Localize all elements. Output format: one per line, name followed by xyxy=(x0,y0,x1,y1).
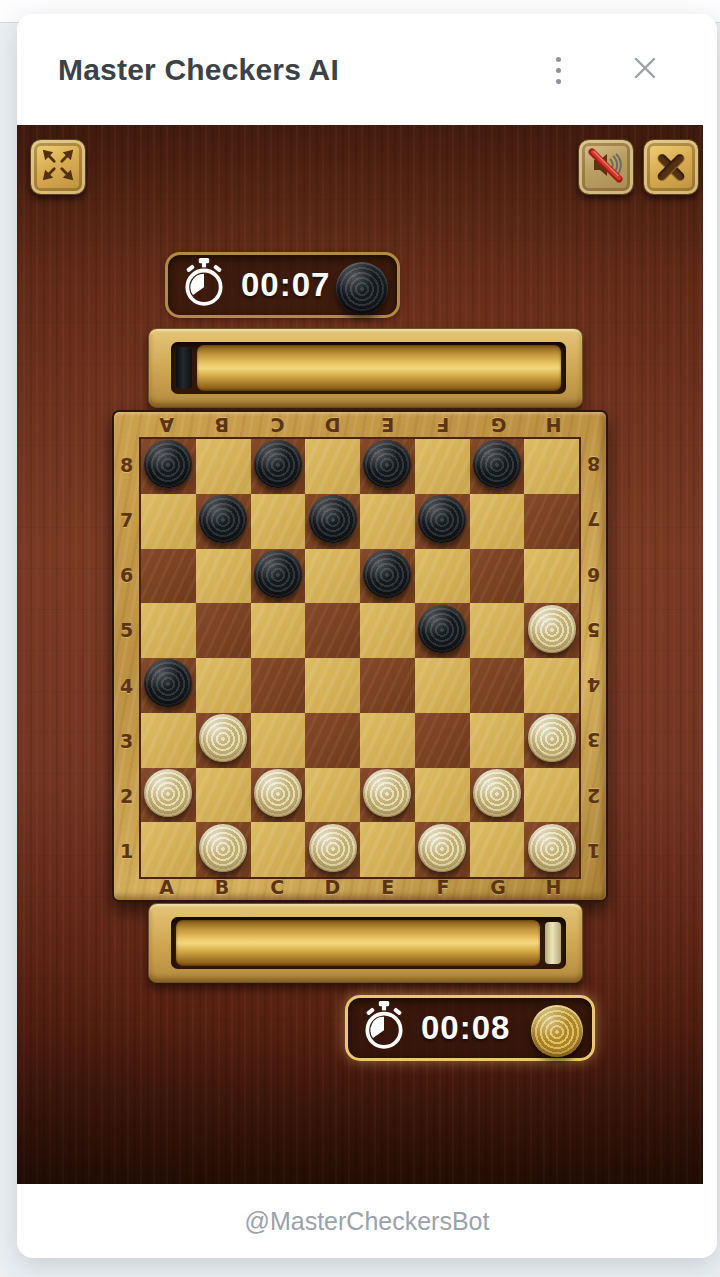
tray-slot xyxy=(171,342,566,394)
window-close-button[interactable] xyxy=(625,50,665,90)
file-label-c: C xyxy=(250,412,305,438)
rank-label-4: 4 xyxy=(581,658,606,713)
checker-black[interactable] xyxy=(254,440,302,488)
square-f8[interactable] xyxy=(415,439,470,494)
rank-label-1: 1 xyxy=(114,824,139,879)
square-e5[interactable] xyxy=(360,603,415,658)
square-h6[interactable] xyxy=(524,549,579,604)
black-clock-time: 00:07 xyxy=(241,266,330,304)
checker-black[interactable] xyxy=(144,659,192,707)
checker-white[interactable] xyxy=(199,824,247,872)
square-d5[interactable] xyxy=(305,603,360,658)
square-d4[interactable] xyxy=(305,658,360,713)
black-clock-plaque: 00:07 xyxy=(165,252,400,318)
square-g3[interactable] xyxy=(470,713,525,768)
fullscreen-button[interactable] xyxy=(30,139,86,195)
game-area: 00:07 ABCDEFGH ABCDEFGH 87654321 8765432… xyxy=(17,125,703,1184)
checker-black[interactable] xyxy=(144,440,192,488)
file-label-a: A xyxy=(139,412,194,438)
square-e3[interactable] xyxy=(360,713,415,768)
white-clock-time: 00:08 xyxy=(421,1009,510,1047)
tray-roller xyxy=(197,345,561,391)
checker-black[interactable] xyxy=(363,440,411,488)
checker-white[interactable] xyxy=(418,824,466,872)
square-e8[interactable] xyxy=(360,439,415,494)
square-g1[interactable] xyxy=(470,822,525,877)
rank-label-3: 3 xyxy=(581,713,606,768)
checkers-board: ABCDEFGH ABCDEFGH 87654321 87654321 xyxy=(112,410,608,902)
square-b2[interactable] xyxy=(196,768,251,823)
file-label-d: D xyxy=(305,412,360,438)
stopwatch-icon xyxy=(361,1001,407,1055)
square-h1[interactable] xyxy=(524,822,579,877)
black-checker-badge xyxy=(336,262,388,314)
square-a1[interactable] xyxy=(141,822,196,877)
square-b5[interactable] xyxy=(196,603,251,658)
square-d3[interactable] xyxy=(305,713,360,768)
square-b4[interactable] xyxy=(196,658,251,713)
menu-kebab-icon[interactable] xyxy=(545,50,571,90)
square-d8[interactable] xyxy=(305,439,360,494)
rank-label-8: 8 xyxy=(581,437,606,492)
square-g2[interactable] xyxy=(470,768,525,823)
stopwatch-icon xyxy=(181,258,227,312)
checker-white[interactable] xyxy=(528,714,576,762)
square-f4[interactable] xyxy=(415,658,470,713)
mute-button[interactable] xyxy=(578,139,634,195)
square-g4[interactable] xyxy=(470,658,525,713)
square-a3[interactable] xyxy=(141,713,196,768)
square-h3[interactable] xyxy=(524,713,579,768)
square-a4[interactable] xyxy=(141,658,196,713)
square-f7[interactable] xyxy=(415,494,470,549)
rank-label-5: 5 xyxy=(114,603,139,658)
checker-white[interactable] xyxy=(254,769,302,817)
square-b7[interactable] xyxy=(196,494,251,549)
checker-white[interactable] xyxy=(473,769,521,817)
checker-black[interactable] xyxy=(418,605,466,653)
square-c3[interactable] xyxy=(251,713,306,768)
speaker-muted-icon xyxy=(586,145,626,189)
square-e6[interactable] xyxy=(360,549,415,604)
checker-white[interactable] xyxy=(144,769,192,817)
square-b3[interactable] xyxy=(196,713,251,768)
game-window: Master Checkers AI xyxy=(17,14,717,1258)
square-c4[interactable] xyxy=(251,658,306,713)
rank-label-8: 8 xyxy=(114,437,139,492)
bot-handle: @MasterCheckersBot xyxy=(245,1207,490,1236)
close-icon xyxy=(630,53,660,87)
square-h7[interactable] xyxy=(524,494,579,549)
square-c6[interactable] xyxy=(251,549,306,604)
expand-arrows-icon xyxy=(39,146,77,188)
square-f2[interactable] xyxy=(415,768,470,823)
square-c1[interactable] xyxy=(251,822,306,877)
white-checker-badge xyxy=(531,1005,583,1057)
checker-black[interactable] xyxy=(309,495,357,543)
checker-white[interactable] xyxy=(363,769,411,817)
checker-black[interactable] xyxy=(363,550,411,598)
square-d6[interactable] xyxy=(305,549,360,604)
black-capture-tray xyxy=(148,328,583,408)
rank-label-4: 4 xyxy=(114,658,139,713)
rank-labels-left: 87654321 xyxy=(114,437,139,879)
square-f3[interactable] xyxy=(415,713,470,768)
checker-black[interactable] xyxy=(254,550,302,598)
file-labels-top: ABCDEFGH xyxy=(139,412,581,438)
game-close-button[interactable] xyxy=(643,139,699,195)
square-f5[interactable] xyxy=(415,603,470,658)
square-b8[interactable] xyxy=(196,439,251,494)
board-grid xyxy=(139,437,581,879)
rank-label-6: 6 xyxy=(581,548,606,603)
square-a5[interactable] xyxy=(141,603,196,658)
window-title: Master Checkers AI xyxy=(58,53,339,87)
square-g5[interactable] xyxy=(470,603,525,658)
file-label-f: F xyxy=(415,412,470,438)
rank-label-6: 6 xyxy=(114,548,139,603)
square-d2[interactable] xyxy=(305,768,360,823)
square-b6[interactable] xyxy=(196,549,251,604)
square-h8[interactable] xyxy=(524,439,579,494)
rank-labels-right: 87654321 xyxy=(581,437,606,879)
square-a6[interactable] xyxy=(141,549,196,604)
close-x-icon xyxy=(653,149,689,185)
captured-black-piece xyxy=(176,347,192,389)
file-label-h: H xyxy=(526,412,581,438)
square-e7[interactable] xyxy=(360,494,415,549)
window-footer: @MasterCheckersBot xyxy=(17,1184,717,1258)
file-label-e: E xyxy=(360,412,415,438)
square-h2[interactable] xyxy=(524,768,579,823)
square-h4[interactable] xyxy=(524,658,579,713)
checker-white[interactable] xyxy=(528,605,576,653)
checker-white[interactable] xyxy=(199,714,247,762)
rank-label-7: 7 xyxy=(581,492,606,547)
square-c7[interactable] xyxy=(251,494,306,549)
square-a2[interactable] xyxy=(141,768,196,823)
checker-white[interactable] xyxy=(309,824,357,872)
square-h5[interactable] xyxy=(524,603,579,658)
rank-label-2: 2 xyxy=(581,769,606,824)
checker-white[interactable] xyxy=(528,824,576,872)
rank-label-2: 2 xyxy=(114,769,139,824)
captured-white-piece xyxy=(545,922,561,964)
square-g7[interactable] xyxy=(470,494,525,549)
rank-label-5: 5 xyxy=(581,603,606,658)
square-f6[interactable] xyxy=(415,549,470,604)
rank-label-3: 3 xyxy=(114,713,139,768)
window-header: Master Checkers AI xyxy=(17,14,717,125)
square-e1[interactable] xyxy=(360,822,415,877)
checker-black[interactable] xyxy=(199,495,247,543)
tray-slot xyxy=(171,917,566,969)
square-c5[interactable] xyxy=(251,603,306,658)
square-g8[interactable] xyxy=(470,439,525,494)
square-e4[interactable] xyxy=(360,658,415,713)
white-capture-tray xyxy=(148,903,583,983)
checker-black[interactable] xyxy=(418,495,466,543)
square-f1[interactable] xyxy=(415,822,470,877)
square-c8[interactable] xyxy=(251,439,306,494)
square-d1[interactable] xyxy=(305,822,360,877)
square-d7[interactable] xyxy=(305,494,360,549)
square-c2[interactable] xyxy=(251,768,306,823)
rank-label-1: 1 xyxy=(581,824,606,879)
white-clock-plaque: 00:08 xyxy=(345,995,595,1061)
square-a7[interactable] xyxy=(141,494,196,549)
square-b1[interactable] xyxy=(196,822,251,877)
file-label-g: G xyxy=(471,412,526,438)
square-a8[interactable] xyxy=(141,439,196,494)
square-g6[interactable] xyxy=(470,549,525,604)
file-label-b: B xyxy=(194,412,249,438)
checker-black[interactable] xyxy=(473,440,521,488)
square-e2[interactable] xyxy=(360,768,415,823)
rank-label-7: 7 xyxy=(114,492,139,547)
tray-roller xyxy=(176,920,540,966)
